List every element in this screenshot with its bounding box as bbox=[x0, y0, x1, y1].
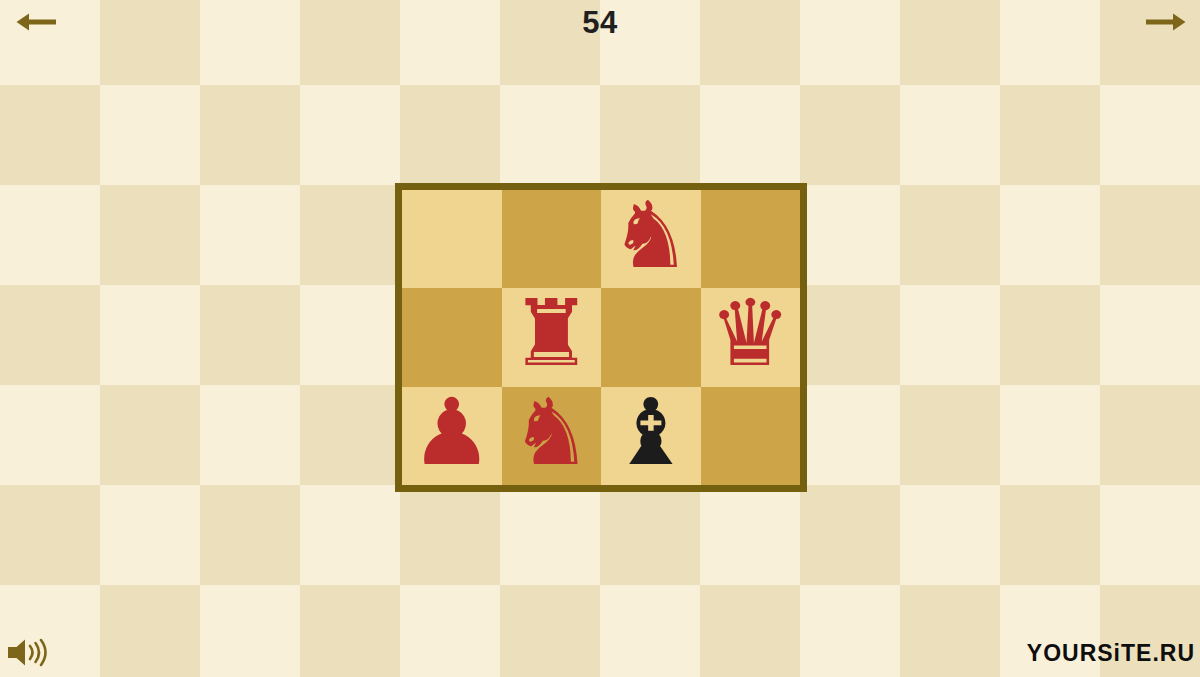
board-cell-r1c1[interactable] bbox=[402, 190, 502, 288]
board-cell-r2c4[interactable]: ♛ bbox=[701, 288, 801, 386]
forward-button[interactable] bbox=[1142, 8, 1190, 38]
red-rook-icon: ♜ bbox=[510, 288, 592, 380]
right-arrow-icon bbox=[1144, 11, 1188, 36]
watermark: YOURSiTE.RU bbox=[1027, 640, 1195, 667]
sound-button[interactable] bbox=[5, 639, 51, 669]
red-knight-icon: ♞ bbox=[610, 190, 692, 282]
board-cell-r1c2[interactable] bbox=[502, 190, 602, 288]
board-cell-r1c3[interactable]: ♞ bbox=[601, 190, 701, 288]
black-bishop-icon: ♝ bbox=[610, 387, 692, 479]
board-cell-r2c1[interactable] bbox=[402, 288, 502, 386]
board-cell-r3c1[interactable]: ♟ bbox=[402, 387, 502, 485]
board-cell-r3c3[interactable]: ♝ bbox=[601, 387, 701, 485]
board-cell-r1c4[interactable] bbox=[701, 190, 801, 288]
red-pawn-icon: ♟ bbox=[411, 387, 493, 479]
speaker-icon bbox=[7, 638, 49, 670]
board-cell-r2c2[interactable]: ♜ bbox=[502, 288, 602, 386]
board-cell-r2c3[interactable] bbox=[601, 288, 701, 386]
puzzle-board: ♞♜♛♟♞♝ bbox=[395, 183, 807, 492]
game-screen: 54 ♞♜♛♟♞♝ YOURSiTE.RU bbox=[0, 0, 1200, 677]
red-queen-icon: ♛ bbox=[709, 288, 791, 380]
red-knight-icon: ♞ bbox=[510, 387, 592, 479]
board-cell-r3c4[interactable] bbox=[701, 387, 801, 485]
move-counter: 54 bbox=[0, 5, 1200, 41]
board-cell-r3c2[interactable]: ♞ bbox=[502, 387, 602, 485]
